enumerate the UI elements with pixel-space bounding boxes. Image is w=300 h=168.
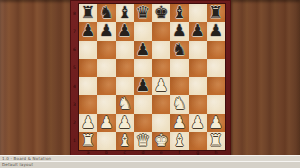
piece-bR-a8: ♜	[81, 4, 96, 22]
piece-wQ-d1: ♛	[135, 132, 150, 150]
square-e2[interactable]	[152, 114, 170, 132]
square-d7[interactable]	[134, 22, 152, 40]
square-a4[interactable]	[79, 77, 97, 95]
square-g7[interactable]: ♟	[189, 22, 207, 40]
piece-bB-c8: ♝	[117, 4, 132, 22]
square-c2[interactable]: ♟	[116, 114, 134, 132]
square-b5[interactable]	[97, 59, 115, 77]
square-d6[interactable]: ♟	[134, 41, 152, 59]
square-g5[interactable]	[189, 59, 207, 77]
piece-bQ-d8: ♛	[135, 4, 150, 22]
piece-bP-c7: ♟	[117, 22, 132, 40]
piece-wP-c2: ♟	[117, 114, 132, 132]
square-c1[interactable]: ♝	[116, 132, 134, 150]
square-e4[interactable]: ♟	[152, 77, 170, 95]
square-b6[interactable]	[97, 41, 115, 59]
piece-bP-d4: ♟	[135, 77, 150, 95]
piece-wR-a1: ♜	[81, 132, 96, 150]
rank-label-1: 1	[70, 132, 79, 150]
square-d5[interactable]	[134, 59, 152, 77]
square-c3[interactable]: ♞	[116, 95, 134, 113]
square-a7[interactable]: ♟	[79, 22, 97, 40]
square-f1[interactable]: ♝	[170, 132, 188, 150]
piece-wK-e1: ♚	[154, 132, 169, 150]
rank-label-3: 3	[70, 95, 79, 113]
square-e7[interactable]	[152, 22, 170, 40]
square-h5[interactable]	[207, 59, 225, 77]
rank-label-6: 6	[70, 41, 79, 59]
square-c7[interactable]: ♟	[116, 22, 134, 40]
square-c6[interactable]	[116, 41, 134, 59]
square-b4[interactable]	[97, 77, 115, 95]
square-g8[interactable]	[189, 4, 207, 22]
piece-bP-a7: ♟	[81, 22, 96, 40]
piece-bP-h7: ♟	[208, 22, 223, 40]
piece-wP-e4: ♟	[154, 77, 169, 95]
piece-wB-c1: ♝	[117, 132, 132, 150]
piece-wP-a2: ♟	[81, 114, 96, 132]
square-a1[interactable]: ♜	[79, 132, 97, 150]
square-a5[interactable]	[79, 59, 97, 77]
square-a6[interactable]	[79, 41, 97, 59]
piece-bP-g7: ♟	[190, 22, 205, 40]
status-bar-bottom: Default layout	[0, 161, 300, 168]
rank-label-5: 5	[70, 59, 79, 77]
app-window: 87654321 ♜♞♝♛♚♝♜♟♟♟♟♟♟♟♞♟♟♞♞♟♟♟♟♟♟♜♝♛♚♝♜…	[0, 0, 300, 168]
piece-wN-f3: ♞	[172, 95, 187, 113]
rank-label-2: 2	[70, 114, 79, 132]
square-b8[interactable]: ♞	[97, 4, 115, 22]
square-h1[interactable]: ♜	[207, 132, 225, 150]
square-h7[interactable]: ♟	[207, 22, 225, 40]
chess-board-frame: 87654321 ♜♞♝♛♚♝♜♟♟♟♟♟♟♟♞♟♟♞♞♟♟♟♟♟♟♜♝♛♚♝♜…	[70, 0, 231, 156]
piece-bK-e8: ♚	[154, 4, 169, 22]
square-b2[interactable]: ♟	[97, 114, 115, 132]
square-h6[interactable]	[207, 41, 225, 59]
square-g3[interactable]	[189, 95, 207, 113]
square-c8[interactable]: ♝	[116, 4, 134, 22]
square-f8[interactable]: ♝	[170, 4, 188, 22]
square-d3[interactable]	[134, 95, 152, 113]
piece-wP-b2: ♟	[99, 114, 114, 132]
square-e6[interactable]	[152, 41, 170, 59]
square-b1[interactable]	[97, 132, 115, 150]
square-h3[interactable]	[207, 95, 225, 113]
square-g6[interactable]	[189, 41, 207, 59]
status-text-bottom: Default layout	[0, 162, 300, 167]
square-h2[interactable]: ♟	[207, 114, 225, 132]
piece-bB-f8: ♝	[172, 4, 187, 22]
square-f4[interactable]	[170, 77, 188, 95]
piece-bN-b8: ♞	[99, 4, 114, 22]
square-e3[interactable]	[152, 95, 170, 113]
square-e1[interactable]: ♚	[152, 132, 170, 150]
piece-bP-d6: ♟	[135, 41, 150, 59]
square-e8[interactable]: ♚	[152, 4, 170, 22]
square-g4[interactable]	[189, 77, 207, 95]
rank-label-7: 7	[70, 22, 79, 40]
square-a3[interactable]	[79, 95, 97, 113]
piece-wN-c3: ♞	[117, 95, 132, 113]
piece-wP-f2: ♟	[172, 114, 187, 132]
square-c4[interactable]	[116, 77, 134, 95]
square-g2[interactable]: ♟	[189, 114, 207, 132]
square-d8[interactable]: ♛	[134, 4, 152, 22]
square-d4[interactable]: ♟	[134, 77, 152, 95]
square-h8[interactable]: ♜	[207, 4, 225, 22]
square-f6[interactable]: ♞	[170, 41, 188, 59]
square-a2[interactable]: ♟	[79, 114, 97, 132]
rank-labels: 87654321	[70, 4, 79, 150]
rank-label-8: 8	[70, 4, 79, 22]
piece-bR-h8: ♜	[208, 4, 223, 22]
piece-wB-f1: ♝	[172, 132, 187, 150]
piece-wP-h2: ♟	[208, 114, 223, 132]
square-f2[interactable]: ♟	[170, 114, 188, 132]
square-c5[interactable]	[116, 59, 134, 77]
square-f3[interactable]: ♞	[170, 95, 188, 113]
square-g1[interactable]	[189, 132, 207, 150]
square-b3[interactable]	[97, 95, 115, 113]
piece-bN-f6: ♞	[172, 41, 187, 59]
square-e5[interactable]	[152, 59, 170, 77]
square-b7[interactable]: ♟	[97, 22, 115, 40]
piece-wR-h1: ♜	[208, 132, 223, 150]
square-f7[interactable]: ♟	[170, 22, 188, 40]
chess-board[interactable]: ♜♞♝♛♚♝♜♟♟♟♟♟♟♟♞♟♟♞♞♟♟♟♟♟♟♜♝♛♚♝♜	[79, 4, 225, 150]
square-a8[interactable]: ♜	[79, 4, 97, 22]
square-d2[interactable]	[134, 114, 152, 132]
square-f5[interactable]	[170, 59, 188, 77]
piece-bP-f7: ♟	[172, 22, 187, 40]
square-d1[interactable]: ♛	[134, 132, 152, 150]
rank-label-4: 4	[70, 77, 79, 95]
piece-bP-b7: ♟	[99, 22, 114, 40]
square-h4[interactable]	[207, 77, 225, 95]
piece-wP-g2: ♟	[190, 114, 205, 132]
